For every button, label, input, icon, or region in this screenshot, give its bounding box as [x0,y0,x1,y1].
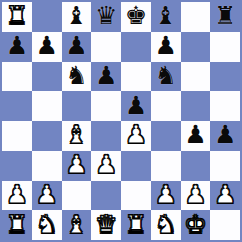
black-pawn-f7[interactable]: ♟ [154,33,176,58]
black-knight-c6[interactable]: ♞ [65,63,87,88]
black-queen-d8[interactable]: ♛ [95,3,117,28]
square-b6[interactable] [32,62,62,92]
square-g7[interactable] [181,32,211,62]
square-g4[interactable]: ♟ [181,121,211,151]
square-d1[interactable]: ♛ [91,210,121,240]
square-h8[interactable]: ♜ [210,2,240,32]
square-a1[interactable]: ♜ [2,210,32,240]
square-c7[interactable]: ♟ [62,32,92,62]
square-b7[interactable]: ♟ [32,32,62,62]
white-bishop-c4[interactable]: ♝ [65,122,87,147]
square-f8[interactable]: ♝ [151,2,181,32]
square-h4[interactable]: ♟ [210,121,240,151]
white-pawn-c3[interactable]: ♟ [65,152,87,177]
black-pawn-h4[interactable]: ♟ [214,122,236,147]
square-f7[interactable]: ♟ [151,32,181,62]
square-g3[interactable] [181,151,211,181]
square-b4[interactable] [32,121,62,151]
square-d7[interactable] [91,32,121,62]
square-a8[interactable]: ♜ [2,2,32,32]
white-queen-d1[interactable]: ♛ [95,212,117,237]
black-bishop-f8[interactable]: ♝ [154,3,176,28]
square-e5[interactable]: ♟ [121,91,151,121]
square-e1[interactable]: ♜ [121,210,151,240]
black-pawn-d6[interactable]: ♟ [95,63,117,88]
square-b1[interactable]: ♞ [32,210,62,240]
square-a5[interactable] [2,91,32,121]
square-b8[interactable] [32,2,62,32]
square-c3[interactable]: ♟ [62,151,92,181]
square-c8[interactable]: ♝ [62,2,92,32]
square-h6[interactable] [210,62,240,92]
square-d6[interactable]: ♟ [91,62,121,92]
square-b5[interactable] [32,91,62,121]
white-bishop-c1[interactable]: ♝ [65,212,87,237]
white-pawn-d3[interactable]: ♟ [95,152,117,177]
square-g2[interactable]: ♟ [181,181,211,211]
white-pawn-f2[interactable]: ♟ [154,182,176,207]
square-b3[interactable] [32,151,62,181]
square-d3[interactable]: ♟ [91,151,121,181]
white-pawn-a2[interactable]: ♟ [6,182,28,207]
square-f1[interactable]: ♞ [151,210,181,240]
square-c4[interactable]: ♝ [62,121,92,151]
square-d8[interactable]: ♛ [91,2,121,32]
square-f6[interactable]: ♞ [151,62,181,92]
square-a3[interactable] [2,151,32,181]
black-pawn-g4[interactable]: ♟ [184,122,206,147]
square-g8[interactable] [181,2,211,32]
black-bishop-c8[interactable]: ♝ [65,3,87,28]
square-g6[interactable] [181,62,211,92]
square-g1[interactable]: ♚ [181,210,211,240]
square-h7[interactable] [210,32,240,62]
square-d2[interactable] [91,181,121,211]
square-d4[interactable] [91,121,121,151]
white-knight-b1[interactable]: ♞ [35,212,57,237]
square-c5[interactable] [62,91,92,121]
white-knight-f1[interactable]: ♞ [154,212,176,237]
square-h1[interactable] [210,210,240,240]
square-a7[interactable]: ♟ [2,32,32,62]
square-f2[interactable]: ♟ [151,181,181,211]
white-pawn-e4[interactable]: ♟ [125,122,147,147]
black-knight-f6[interactable]: ♞ [154,63,176,88]
black-pawn-e5[interactable]: ♟ [125,93,147,118]
square-a4[interactable] [2,121,32,151]
square-f3[interactable] [151,151,181,181]
square-a2[interactable]: ♟ [2,181,32,211]
black-pawn-b7[interactable]: ♟ [35,33,57,58]
white-rook-e1[interactable]: ♜ [125,212,147,237]
black-pawn-a7[interactable]: ♟ [6,33,28,58]
white-pawn-g2[interactable]: ♟ [184,182,206,207]
chess-board: ♜♝♛♚♝♜♟♟♟♟♞♟♞♟♝♟♟♟♟♟♟♟♟♟♟♜♞♝♛♜♞♚ [0,0,242,242]
square-e6[interactable] [121,62,151,92]
black-rook-h8[interactable]: ♜ [214,3,236,28]
square-f4[interactable] [151,121,181,151]
black-king-e8[interactable]: ♚ [125,3,147,28]
square-b2[interactable]: ♟ [32,181,62,211]
square-h3[interactable] [210,151,240,181]
square-a6[interactable] [2,62,32,92]
white-king-g1[interactable]: ♚ [184,212,206,237]
square-e7[interactable] [121,32,151,62]
square-e2[interactable] [121,181,151,211]
white-pawn-b2[interactable]: ♟ [35,182,57,207]
square-e4[interactable]: ♟ [121,121,151,151]
square-c2[interactable] [62,181,92,211]
square-e8[interactable]: ♚ [121,2,151,32]
square-h2[interactable]: ♟ [210,181,240,211]
square-g5[interactable] [181,91,211,121]
square-d5[interactable] [91,91,121,121]
square-c1[interactable]: ♝ [62,210,92,240]
square-c6[interactable]: ♞ [62,62,92,92]
white-pawn-h2[interactable]: ♟ [214,182,236,207]
square-f5[interactable] [151,91,181,121]
square-e3[interactable] [121,151,151,181]
black-pawn-c7[interactable]: ♟ [65,33,87,58]
square-h5[interactable] [210,91,240,121]
white-rook-a1[interactable]: ♜ [6,212,28,237]
white-rook-a8[interactable]: ♜ [6,3,28,28]
